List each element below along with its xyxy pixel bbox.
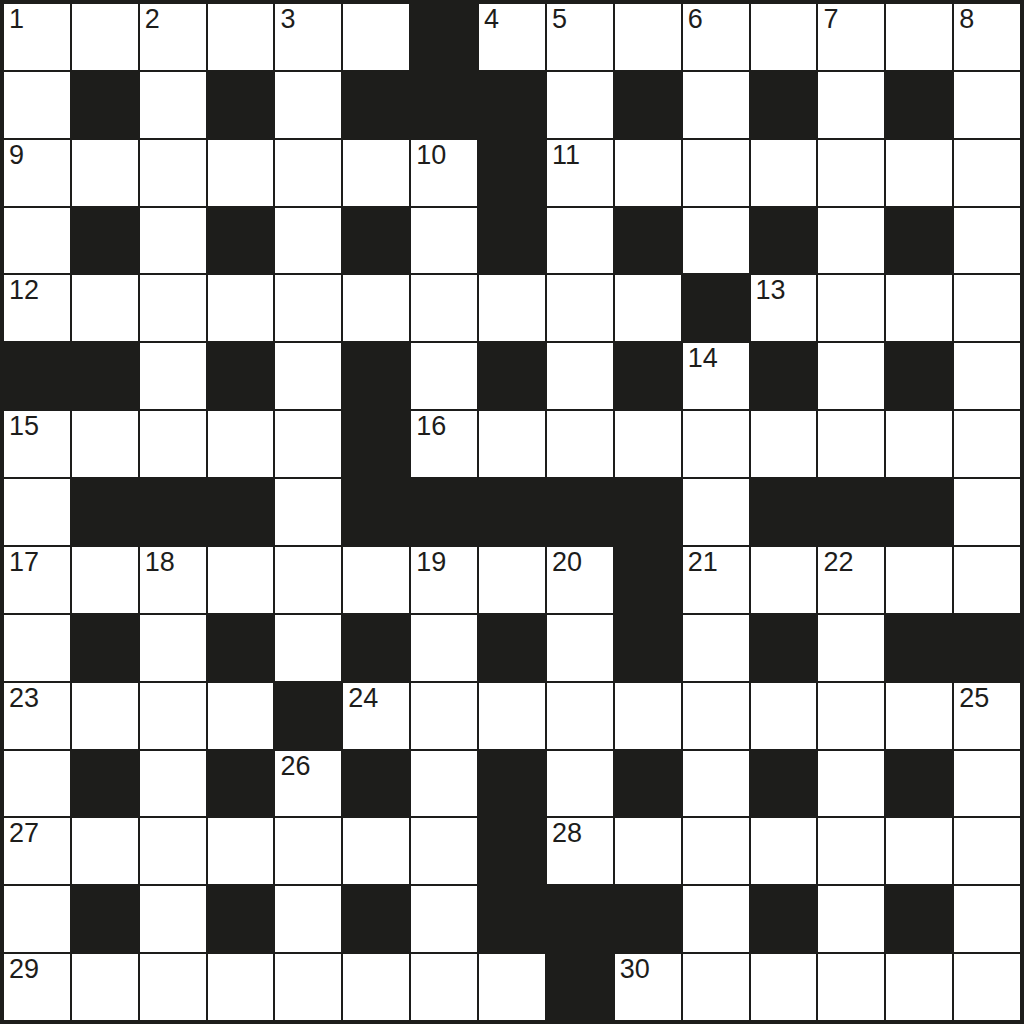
clue-number: 18 bbox=[145, 548, 175, 576]
black-cell bbox=[343, 615, 409, 681]
white-cell[interactable] bbox=[140, 343, 206, 409]
clue-number: 25 bbox=[959, 684, 989, 712]
clue-number: 21 bbox=[688, 548, 718, 576]
clue-number: 16 bbox=[416, 412, 446, 440]
white-cell[interactable] bbox=[72, 818, 138, 884]
black-cell bbox=[886, 751, 952, 817]
white-cell[interactable] bbox=[818, 818, 884, 884]
black-cell bbox=[751, 208, 817, 274]
white-cell[interactable] bbox=[547, 411, 613, 477]
white-cell[interactable] bbox=[208, 818, 274, 884]
white-cell[interactable] bbox=[954, 140, 1020, 206]
white-cell[interactable] bbox=[683, 479, 749, 545]
black-cell bbox=[208, 479, 274, 545]
white-cell[interactable] bbox=[411, 954, 477, 1020]
white-cell[interactable] bbox=[615, 275, 681, 341]
clue-number: 22 bbox=[823, 548, 853, 576]
white-cell[interactable] bbox=[954, 479, 1020, 545]
black-cell bbox=[479, 479, 545, 545]
white-cell[interactable] bbox=[683, 954, 749, 1020]
clue-number: 5 bbox=[552, 5, 567, 33]
white-cell[interactable] bbox=[547, 751, 613, 817]
white-cell[interactable] bbox=[547, 343, 613, 409]
white-cell[interactable] bbox=[343, 275, 409, 341]
clue-number: 19 bbox=[416, 548, 446, 576]
white-cell[interactable] bbox=[683, 683, 749, 749]
black-cell bbox=[72, 615, 138, 681]
white-cell[interactable]: 22 bbox=[818, 547, 884, 613]
white-cell[interactable] bbox=[954, 411, 1020, 477]
black-cell bbox=[275, 683, 341, 749]
white-cell[interactable] bbox=[4, 72, 70, 138]
white-cell[interactable]: 7 bbox=[818, 4, 884, 70]
white-cell[interactable] bbox=[72, 140, 138, 206]
black-cell bbox=[615, 479, 681, 545]
white-cell[interactable] bbox=[72, 683, 138, 749]
white-cell[interactable] bbox=[208, 275, 274, 341]
clue-number: 14 bbox=[688, 344, 718, 372]
white-cell[interactable] bbox=[275, 547, 341, 613]
black-cell bbox=[751, 615, 817, 681]
white-cell[interactable] bbox=[140, 411, 206, 477]
white-cell[interactable] bbox=[343, 140, 409, 206]
clue-number: 23 bbox=[9, 684, 39, 712]
white-cell[interactable] bbox=[751, 547, 817, 613]
black-cell bbox=[343, 479, 409, 545]
black-cell bbox=[479, 140, 545, 206]
white-cell[interactable] bbox=[954, 343, 1020, 409]
black-cell bbox=[208, 208, 274, 274]
black-cell bbox=[72, 886, 138, 952]
white-cell[interactable] bbox=[547, 208, 613, 274]
black-cell bbox=[343, 343, 409, 409]
white-cell[interactable] bbox=[72, 954, 138, 1020]
white-cell[interactable]: 12 bbox=[4, 275, 70, 341]
black-cell bbox=[479, 818, 545, 884]
white-cell[interactable]: 8 bbox=[954, 4, 1020, 70]
white-cell[interactable] bbox=[411, 208, 477, 274]
white-cell[interactable] bbox=[615, 140, 681, 206]
white-cell[interactable] bbox=[683, 140, 749, 206]
white-cell[interactable] bbox=[751, 140, 817, 206]
black-cell bbox=[479, 72, 545, 138]
black-cell bbox=[72, 72, 138, 138]
white-cell[interactable]: 25 bbox=[954, 683, 1020, 749]
white-cell[interactable] bbox=[275, 275, 341, 341]
white-cell[interactable] bbox=[208, 954, 274, 1020]
white-cell[interactable] bbox=[411, 751, 477, 817]
clue-number: 9 bbox=[9, 141, 24, 169]
white-cell[interactable] bbox=[275, 72, 341, 138]
white-cell[interactable] bbox=[72, 547, 138, 613]
white-cell[interactable] bbox=[140, 275, 206, 341]
white-cell[interactable]: 15 bbox=[4, 411, 70, 477]
white-cell[interactable]: 13 bbox=[751, 275, 817, 341]
black-cell bbox=[615, 615, 681, 681]
white-cell[interactable] bbox=[4, 751, 70, 817]
white-cell[interactable] bbox=[818, 72, 884, 138]
clue-number: 8 bbox=[959, 5, 974, 33]
white-cell[interactable]: 11 bbox=[547, 140, 613, 206]
clue-number: 30 bbox=[620, 955, 650, 983]
white-cell[interactable] bbox=[954, 886, 1020, 952]
black-cell bbox=[208, 615, 274, 681]
white-cell[interactable]: 17 bbox=[4, 547, 70, 613]
black-cell bbox=[615, 343, 681, 409]
white-cell[interactable]: 30 bbox=[615, 954, 681, 1020]
white-cell[interactable] bbox=[72, 4, 138, 70]
clue-number: 13 bbox=[756, 276, 786, 304]
black-cell bbox=[547, 886, 613, 952]
clue-number: 12 bbox=[9, 276, 39, 304]
white-cell[interactable] bbox=[751, 411, 817, 477]
white-cell[interactable] bbox=[751, 954, 817, 1020]
clue-number: 24 bbox=[348, 684, 378, 712]
black-cell bbox=[479, 751, 545, 817]
white-cell[interactable]: 5 bbox=[547, 4, 613, 70]
white-cell[interactable]: 6 bbox=[683, 4, 749, 70]
white-cell[interactable] bbox=[140, 72, 206, 138]
white-cell[interactable]: 16 bbox=[411, 411, 477, 477]
white-cell[interactable] bbox=[411, 343, 477, 409]
white-cell[interactable] bbox=[275, 343, 341, 409]
white-cell[interactable] bbox=[547, 683, 613, 749]
white-cell[interactable] bbox=[275, 140, 341, 206]
black-cell bbox=[547, 954, 613, 1020]
white-cell[interactable] bbox=[411, 275, 477, 341]
white-cell[interactable] bbox=[547, 275, 613, 341]
black-cell bbox=[343, 411, 409, 477]
black-cell bbox=[479, 886, 545, 952]
white-cell[interactable] bbox=[683, 751, 749, 817]
black-cell bbox=[615, 751, 681, 817]
white-cell[interactable] bbox=[683, 818, 749, 884]
white-cell[interactable] bbox=[275, 479, 341, 545]
white-cell[interactable] bbox=[818, 615, 884, 681]
white-cell[interactable] bbox=[140, 208, 206, 274]
white-cell[interactable] bbox=[4, 208, 70, 274]
white-cell[interactable] bbox=[954, 818, 1020, 884]
white-cell[interactable] bbox=[479, 683, 545, 749]
white-cell[interactable]: 21 bbox=[683, 547, 749, 613]
white-cell[interactable]: 23 bbox=[4, 683, 70, 749]
black-cell bbox=[751, 886, 817, 952]
clue-number: 6 bbox=[688, 5, 703, 33]
white-cell[interactable] bbox=[818, 751, 884, 817]
white-cell[interactable] bbox=[208, 140, 274, 206]
white-cell[interactable] bbox=[954, 751, 1020, 817]
black-cell bbox=[411, 4, 477, 70]
white-cell[interactable] bbox=[954, 547, 1020, 613]
black-cell bbox=[411, 72, 477, 138]
white-cell[interactable] bbox=[72, 275, 138, 341]
black-cell bbox=[886, 72, 952, 138]
clue-number: 7 bbox=[823, 5, 838, 33]
white-cell[interactable] bbox=[818, 343, 884, 409]
white-cell[interactable] bbox=[343, 547, 409, 613]
black-cell bbox=[886, 615, 952, 681]
black-cell bbox=[343, 751, 409, 817]
white-cell[interactable] bbox=[479, 547, 545, 613]
white-cell[interactable] bbox=[615, 4, 681, 70]
black-cell bbox=[818, 479, 884, 545]
black-cell bbox=[208, 751, 274, 817]
white-cell[interactable] bbox=[208, 683, 274, 749]
white-cell[interactable] bbox=[140, 683, 206, 749]
white-cell[interactable] bbox=[275, 615, 341, 681]
clue-number: 26 bbox=[280, 752, 310, 780]
black-cell bbox=[751, 751, 817, 817]
white-cell[interactable] bbox=[208, 4, 274, 70]
white-cell[interactable] bbox=[818, 954, 884, 1020]
black-cell bbox=[479, 208, 545, 274]
white-cell[interactable] bbox=[479, 954, 545, 1020]
black-cell bbox=[615, 886, 681, 952]
clue-number: 4 bbox=[484, 5, 499, 33]
white-cell[interactable] bbox=[818, 411, 884, 477]
white-cell[interactable]: 20 bbox=[547, 547, 613, 613]
black-cell bbox=[72, 208, 138, 274]
white-cell[interactable] bbox=[411, 683, 477, 749]
white-cell[interactable] bbox=[275, 208, 341, 274]
white-cell[interactable] bbox=[547, 615, 613, 681]
white-cell[interactable] bbox=[954, 275, 1020, 341]
white-cell[interactable] bbox=[751, 683, 817, 749]
black-cell bbox=[72, 343, 138, 409]
clue-number: 20 bbox=[552, 548, 582, 576]
white-cell[interactable]: 29 bbox=[4, 954, 70, 1020]
black-cell bbox=[479, 615, 545, 681]
white-cell[interactable] bbox=[886, 683, 952, 749]
clue-number: 28 bbox=[552, 819, 582, 847]
white-cell[interactable] bbox=[479, 275, 545, 341]
white-cell[interactable] bbox=[886, 4, 952, 70]
white-cell[interactable]: 4 bbox=[479, 4, 545, 70]
white-cell[interactable] bbox=[954, 208, 1020, 274]
black-cell bbox=[343, 208, 409, 274]
clue-number: 29 bbox=[9, 955, 39, 983]
white-cell[interactable] bbox=[683, 208, 749, 274]
white-cell[interactable]: 9 bbox=[4, 140, 70, 206]
white-cell[interactable]: 1 bbox=[4, 4, 70, 70]
white-cell[interactable] bbox=[886, 140, 952, 206]
crossword-board: 1234567891011121314151617181920212223242… bbox=[0, 0, 1024, 1024]
white-cell[interactable] bbox=[886, 547, 952, 613]
black-cell bbox=[751, 479, 817, 545]
black-cell bbox=[751, 343, 817, 409]
black-cell bbox=[343, 72, 409, 138]
white-cell[interactable] bbox=[140, 886, 206, 952]
white-cell[interactable] bbox=[343, 4, 409, 70]
white-cell[interactable] bbox=[411, 615, 477, 681]
white-cell[interactable] bbox=[275, 818, 341, 884]
white-cell[interactable] bbox=[751, 4, 817, 70]
clue-number: 17 bbox=[9, 548, 39, 576]
white-cell[interactable]: 28 bbox=[547, 818, 613, 884]
clue-number: 10 bbox=[416, 141, 446, 169]
black-cell bbox=[72, 751, 138, 817]
black-cell bbox=[615, 72, 681, 138]
black-cell bbox=[411, 479, 477, 545]
white-cell[interactable] bbox=[954, 72, 1020, 138]
white-cell[interactable] bbox=[818, 683, 884, 749]
black-cell bbox=[886, 886, 952, 952]
white-cell[interactable] bbox=[140, 954, 206, 1020]
white-cell[interactable] bbox=[275, 411, 341, 477]
white-cell[interactable] bbox=[886, 411, 952, 477]
black-cell bbox=[683, 275, 749, 341]
clue-number: 15 bbox=[9, 412, 39, 440]
black-cell bbox=[343, 886, 409, 952]
white-cell[interactable]: 3 bbox=[275, 4, 341, 70]
white-cell[interactable] bbox=[683, 615, 749, 681]
white-cell[interactable] bbox=[72, 411, 138, 477]
white-cell[interactable] bbox=[751, 818, 817, 884]
white-cell[interactable]: 10 bbox=[411, 140, 477, 206]
white-cell[interactable] bbox=[615, 411, 681, 477]
white-cell[interactable] bbox=[208, 411, 274, 477]
white-cell[interactable]: 26 bbox=[275, 751, 341, 817]
white-cell[interactable] bbox=[683, 411, 749, 477]
white-cell[interactable] bbox=[615, 683, 681, 749]
black-cell bbox=[72, 479, 138, 545]
white-cell[interactable] bbox=[818, 886, 884, 952]
white-cell[interactable]: 2 bbox=[140, 4, 206, 70]
white-cell[interactable] bbox=[547, 72, 613, 138]
black-cell bbox=[4, 343, 70, 409]
clue-number: 11 bbox=[552, 141, 580, 169]
white-cell[interactable] bbox=[886, 818, 952, 884]
clue-number: 27 bbox=[9, 819, 39, 847]
black-cell bbox=[208, 343, 274, 409]
white-cell[interactable] bbox=[275, 886, 341, 952]
black-cell bbox=[751, 72, 817, 138]
white-cell[interactable]: 14 bbox=[683, 343, 749, 409]
black-cell bbox=[208, 72, 274, 138]
white-cell[interactable] bbox=[4, 479, 70, 545]
clue-number: 1 bbox=[9, 5, 24, 33]
white-cell[interactable] bbox=[140, 140, 206, 206]
white-cell[interactable] bbox=[208, 547, 274, 613]
white-cell[interactable]: 27 bbox=[4, 818, 70, 884]
black-cell bbox=[886, 208, 952, 274]
white-cell[interactable] bbox=[343, 954, 409, 1020]
white-cell[interactable]: 18 bbox=[140, 547, 206, 613]
black-cell bbox=[615, 208, 681, 274]
white-cell[interactable]: 24 bbox=[343, 683, 409, 749]
white-cell[interactable] bbox=[4, 886, 70, 952]
white-cell[interactable] bbox=[886, 275, 952, 341]
white-cell[interactable] bbox=[411, 818, 477, 884]
white-cell[interactable] bbox=[343, 818, 409, 884]
white-cell[interactable] bbox=[615, 818, 681, 884]
white-cell[interactable]: 19 bbox=[411, 547, 477, 613]
black-cell bbox=[479, 343, 545, 409]
white-cell[interactable] bbox=[683, 72, 749, 138]
clue-number: 3 bbox=[280, 5, 295, 33]
clue-number: 2 bbox=[145, 5, 160, 33]
black-cell bbox=[954, 615, 1020, 681]
white-cell[interactable] bbox=[140, 615, 206, 681]
white-cell[interactable] bbox=[954, 954, 1020, 1020]
black-cell bbox=[615, 547, 681, 613]
black-cell bbox=[208, 886, 274, 952]
black-cell bbox=[886, 479, 952, 545]
white-cell[interactable] bbox=[275, 954, 341, 1020]
white-cell[interactable] bbox=[818, 275, 884, 341]
black-cell bbox=[886, 343, 952, 409]
white-cell[interactable] bbox=[140, 818, 206, 884]
white-cell[interactable] bbox=[886, 954, 952, 1020]
black-cell bbox=[140, 479, 206, 545]
white-cell[interactable] bbox=[818, 208, 884, 274]
white-cell[interactable] bbox=[818, 140, 884, 206]
white-cell[interactable] bbox=[140, 751, 206, 817]
white-cell[interactable] bbox=[683, 886, 749, 952]
white-cell[interactable] bbox=[479, 411, 545, 477]
white-cell[interactable] bbox=[411, 886, 477, 952]
black-cell bbox=[547, 479, 613, 545]
white-cell[interactable] bbox=[4, 615, 70, 681]
